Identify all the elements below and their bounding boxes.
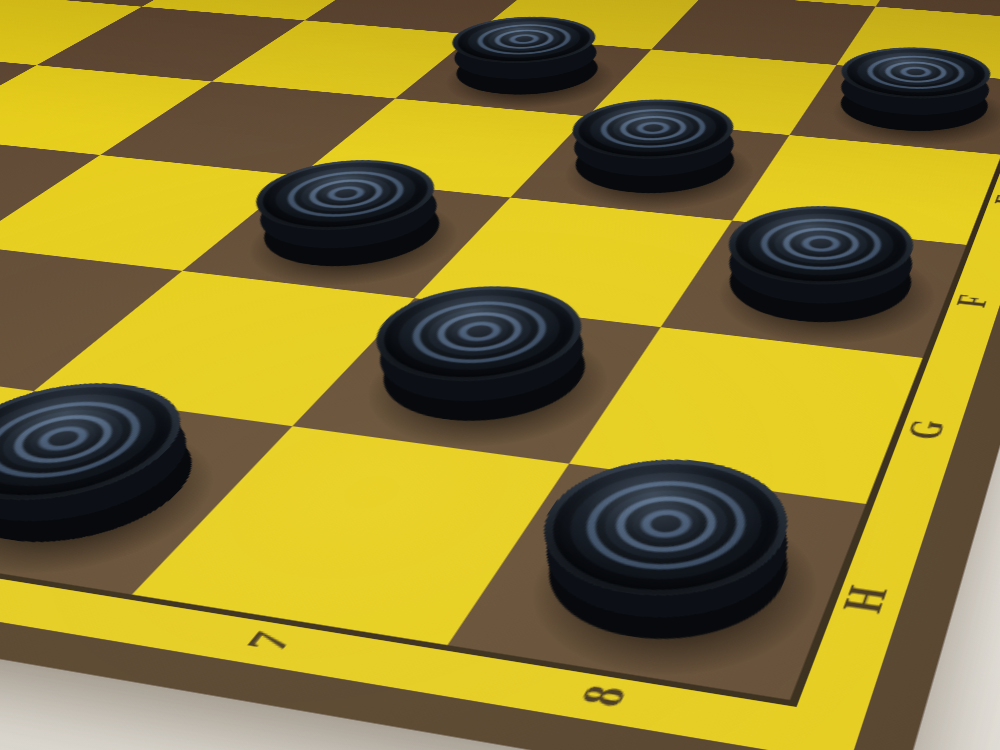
checker-black-f6[interactable]: ⛂ (233, 191, 466, 278)
checker-black-d6[interactable]: ⛂ (434, 45, 616, 103)
checker-black-e7[interactable]: ⛂ (553, 130, 752, 204)
checker-black-g7[interactable]: ⛂ (350, 319, 612, 437)
checker-black-f8[interactable]: ⛂ (708, 238, 926, 336)
checker-black-h8[interactable]: ⛂ (514, 492, 812, 660)
scene: ABCDEFGH12345678 ⛂⛂⛂⛂⛂⛂⛂⛂ (0, 0, 1000, 750)
checkers-board: ABCDEFGH12345678 ⛂⛂⛂⛂⛂⛂⛂⛂ (0, 0, 1000, 750)
checker-black-d8[interactable]: ⛂ (826, 77, 997, 141)
